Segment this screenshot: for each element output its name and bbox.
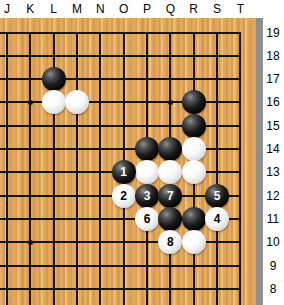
row-label-8: 8 xyxy=(263,281,283,297)
move-number: 8 xyxy=(158,230,182,254)
stone-black-S12[interactable]: 5 xyxy=(205,184,229,208)
row-label-18: 18 xyxy=(263,48,283,64)
column-label-L: L xyxy=(44,1,64,17)
column-label-S: S xyxy=(207,1,227,17)
move-number: 2 xyxy=(112,184,136,208)
stone-black-L17[interactable] xyxy=(42,67,66,91)
column-label-T: T xyxy=(230,1,250,17)
row-label-19: 19 xyxy=(263,25,283,41)
star-point-Q16 xyxy=(168,100,173,105)
column-label-M: M xyxy=(67,1,87,17)
grid-line-h-9 xyxy=(0,265,241,267)
move-number: 5 xyxy=(205,184,229,208)
board-edge-shadow xyxy=(256,18,263,305)
stone-black-P14[interactable] xyxy=(135,137,159,161)
row-label-16: 16 xyxy=(263,94,283,110)
row-label-12: 12 xyxy=(263,188,283,204)
row-label-14: 14 xyxy=(263,141,283,157)
stone-white-L16[interactable] xyxy=(42,90,66,114)
stone-white-R10[interactable] xyxy=(182,230,206,254)
star-point-K16 xyxy=(28,100,33,105)
column-label-N: N xyxy=(90,1,110,17)
row-label-9: 9 xyxy=(263,258,283,274)
grid-line-h-17 xyxy=(0,78,241,80)
stone-white-S11[interactable]: 4 xyxy=(205,207,229,231)
stone-white-Q10[interactable]: 8 xyxy=(158,230,182,254)
stone-white-R14[interactable] xyxy=(182,137,206,161)
grid-line-h-8 xyxy=(0,288,241,290)
stone-black-Q12[interactable]: 7 xyxy=(158,184,182,208)
row-label-17: 17 xyxy=(263,71,283,87)
stone-black-R16[interactable] xyxy=(182,90,206,114)
go-diagram: JKLMNOPQRST 12375648 1918171615141312111… xyxy=(0,0,284,305)
star-point-K10 xyxy=(28,240,33,245)
row-label-10: 10 xyxy=(263,234,283,250)
move-number: 7 xyxy=(158,184,182,208)
move-number: 1 xyxy=(112,160,136,184)
column-label-O: O xyxy=(114,1,134,17)
column-label-Q: Q xyxy=(160,1,180,17)
stone-white-P11[interactable]: 6 xyxy=(135,207,159,231)
move-number: 3 xyxy=(135,184,159,208)
row-label-13: 13 xyxy=(263,164,283,180)
column-label-K: K xyxy=(20,1,40,17)
grid-line-h-19 xyxy=(0,32,241,34)
column-label-R: R xyxy=(184,1,204,17)
move-number: 4 xyxy=(205,207,229,231)
stone-black-R11[interactable] xyxy=(182,207,206,231)
column-label-J: J xyxy=(0,1,17,17)
move-number: 6 xyxy=(135,207,159,231)
grid-line-h-18 xyxy=(0,55,241,57)
stone-black-R15[interactable] xyxy=(182,114,206,138)
row-label-11: 11 xyxy=(263,211,283,227)
stone-black-O13[interactable]: 1 xyxy=(112,160,136,184)
stone-white-O12[interactable]: 2 xyxy=(112,184,136,208)
stone-black-P12[interactable]: 3 xyxy=(135,184,159,208)
stone-white-R13[interactable] xyxy=(182,160,206,184)
row-label-15: 15 xyxy=(263,118,283,134)
column-label-P: P xyxy=(137,1,157,17)
